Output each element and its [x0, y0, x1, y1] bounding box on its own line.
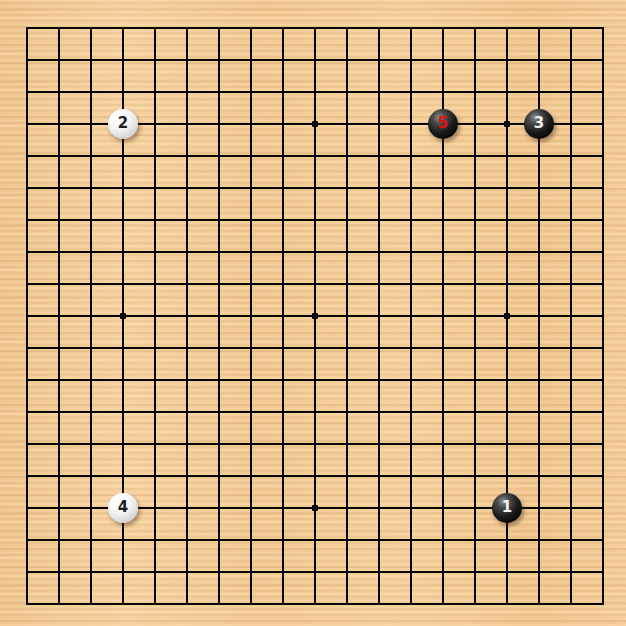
board-intersection[interactable]: [171, 140, 203, 172]
board-intersection[interactable]: [459, 556, 491, 588]
board-intersection[interactable]: [203, 140, 235, 172]
board-intersection[interactable]: [523, 556, 555, 588]
board-intersection[interactable]: [491, 44, 523, 76]
board-intersection[interactable]: [587, 236, 619, 268]
board-intersection[interactable]: [203, 12, 235, 44]
board-intersection[interactable]: [587, 204, 619, 236]
board-intersection[interactable]: [363, 172, 395, 204]
board-intersection[interactable]: [75, 588, 107, 620]
board-intersection[interactable]: [11, 524, 43, 556]
board-intersection[interactable]: [491, 108, 523, 140]
board-intersection[interactable]: [555, 268, 587, 300]
board-intersection[interactable]: [107, 300, 139, 332]
board-intersection[interactable]: [491, 12, 523, 44]
board-intersection[interactable]: [587, 428, 619, 460]
board-intersection[interactable]: [363, 236, 395, 268]
board-intersection[interactable]: [427, 364, 459, 396]
board-intersection[interactable]: [587, 332, 619, 364]
board-intersection[interactable]: [363, 12, 395, 44]
board-intersection[interactable]: [203, 268, 235, 300]
board-intersection[interactable]: [267, 364, 299, 396]
board-intersection[interactable]: [427, 300, 459, 332]
board-intersection[interactable]: [427, 588, 459, 620]
board-intersection[interactable]: [363, 556, 395, 588]
board-intersection[interactable]: [11, 492, 43, 524]
board-intersection[interactable]: [267, 140, 299, 172]
board-intersection[interactable]: [171, 364, 203, 396]
board-intersection[interactable]: [459, 172, 491, 204]
board-intersection[interactable]: [139, 236, 171, 268]
board-intersection[interactable]: [395, 140, 427, 172]
board-intersection[interactable]: [11, 76, 43, 108]
board-intersection[interactable]: [299, 12, 331, 44]
board-intersection[interactable]: [11, 364, 43, 396]
board-intersection[interactable]: [587, 492, 619, 524]
board-intersection[interactable]: [395, 556, 427, 588]
board-intersection[interactable]: [427, 332, 459, 364]
board-intersection[interactable]: [555, 12, 587, 44]
board-intersection[interactable]: [459, 236, 491, 268]
board-intersection[interactable]: [587, 588, 619, 620]
board-intersection[interactable]: [523, 76, 555, 108]
board-intersection[interactable]: [11, 588, 43, 620]
board-intersection[interactable]: [75, 236, 107, 268]
board-intersection[interactable]: [363, 300, 395, 332]
board-intersection[interactable]: [363, 108, 395, 140]
board-intersection[interactable]: [171, 396, 203, 428]
board-intersection[interactable]: [459, 364, 491, 396]
board-intersection[interactable]: [299, 172, 331, 204]
board-intersection[interactable]: [235, 428, 267, 460]
board-intersection[interactable]: [107, 268, 139, 300]
board-intersection[interactable]: [395, 332, 427, 364]
board-intersection[interactable]: [491, 364, 523, 396]
board-intersection[interactable]: [171, 172, 203, 204]
board-intersection[interactable]: [555, 108, 587, 140]
board-intersection[interactable]: [235, 364, 267, 396]
board-intersection[interactable]: [427, 172, 459, 204]
board-intersection[interactable]: [491, 396, 523, 428]
board-intersection[interactable]: [235, 108, 267, 140]
board-intersection[interactable]: [555, 524, 587, 556]
board-intersection[interactable]: [331, 12, 363, 44]
board-intersection[interactable]: [203, 396, 235, 428]
board-intersection[interactable]: 5: [427, 108, 459, 140]
board-intersection[interactable]: [11, 236, 43, 268]
board-intersection[interactable]: [11, 108, 43, 140]
board-intersection[interactable]: [523, 236, 555, 268]
board-intersection[interactable]: [203, 524, 235, 556]
board-intersection[interactable]: [523, 172, 555, 204]
board-intersection[interactable]: [587, 268, 619, 300]
board-intersection[interactable]: [75, 108, 107, 140]
board-intersection[interactable]: [523, 364, 555, 396]
board-intersection[interactable]: [299, 300, 331, 332]
board-intersection[interactable]: [331, 588, 363, 620]
board-intersection[interactable]: [299, 236, 331, 268]
board-intersection[interactable]: [171, 76, 203, 108]
board-intersection[interactable]: [11, 172, 43, 204]
board-intersection[interactable]: [427, 492, 459, 524]
board-intersection[interactable]: [459, 588, 491, 620]
board-intersection[interactable]: [267, 268, 299, 300]
board-intersection[interactable]: [11, 12, 43, 44]
board-intersection[interactable]: [331, 556, 363, 588]
board-intersection[interactable]: [203, 172, 235, 204]
board-intersection[interactable]: [203, 300, 235, 332]
board-intersection[interactable]: [43, 236, 75, 268]
board-intersection[interactable]: [107, 140, 139, 172]
board-intersection[interactable]: [331, 492, 363, 524]
board-intersection[interactable]: [331, 44, 363, 76]
board-intersection[interactable]: [11, 300, 43, 332]
board-intersection[interactable]: [107, 428, 139, 460]
board-intersection[interactable]: [75, 364, 107, 396]
board-intersection[interactable]: [75, 332, 107, 364]
board-intersection[interactable]: [43, 428, 75, 460]
board-intersection[interactable]: [331, 108, 363, 140]
board-intersection[interactable]: [395, 460, 427, 492]
board-intersection[interactable]: [139, 12, 171, 44]
board-intersection[interactable]: [107, 524, 139, 556]
board-intersection[interactable]: [491, 204, 523, 236]
board-intersection[interactable]: [299, 556, 331, 588]
board-intersection[interactable]: [459, 396, 491, 428]
board-intersection[interactable]: [299, 204, 331, 236]
board-intersection[interactable]: [555, 492, 587, 524]
board-intersection[interactable]: [203, 236, 235, 268]
board-intersection[interactable]: [491, 172, 523, 204]
board-intersection[interactable]: [555, 300, 587, 332]
board-intersection[interactable]: [459, 524, 491, 556]
board-intersection[interactable]: [75, 492, 107, 524]
board-intersection[interactable]: [43, 588, 75, 620]
board-intersection[interactable]: [523, 332, 555, 364]
board-intersection[interactable]: [43, 300, 75, 332]
board-intersection[interactable]: [555, 364, 587, 396]
board-intersection[interactable]: [299, 492, 331, 524]
board-intersection[interactable]: [171, 204, 203, 236]
board-intersection[interactable]: [107, 44, 139, 76]
board-intersection[interactable]: [427, 524, 459, 556]
board-intersection[interactable]: [267, 492, 299, 524]
board-intersection[interactable]: [267, 396, 299, 428]
board-intersection[interactable]: [43, 108, 75, 140]
board-intersection[interactable]: [235, 300, 267, 332]
board-intersection[interactable]: [299, 524, 331, 556]
board-intersection[interactable]: [267, 236, 299, 268]
board-intersection[interactable]: [587, 524, 619, 556]
board-intersection[interactable]: [75, 460, 107, 492]
board-intersection[interactable]: [43, 204, 75, 236]
board-intersection[interactable]: [363, 460, 395, 492]
board-intersection[interactable]: [395, 12, 427, 44]
board-intersection[interactable]: [107, 364, 139, 396]
board-intersection[interactable]: [171, 108, 203, 140]
board-intersection[interactable]: [299, 76, 331, 108]
board-intersection[interactable]: [555, 236, 587, 268]
board-intersection[interactable]: [11, 44, 43, 76]
board-intersection[interactable]: [587, 44, 619, 76]
board-intersection[interactable]: [139, 140, 171, 172]
board-intersection[interactable]: [587, 396, 619, 428]
board-intersection[interactable]: [43, 524, 75, 556]
board-intersection[interactable]: [203, 588, 235, 620]
board-intersection[interactable]: [43, 364, 75, 396]
board-intersection[interactable]: [363, 492, 395, 524]
board-intersection[interactable]: 2: [107, 108, 139, 140]
board-intersection[interactable]: [11, 556, 43, 588]
board-intersection[interactable]: [427, 76, 459, 108]
board-intersection[interactable]: [299, 428, 331, 460]
board-intersection[interactable]: [267, 44, 299, 76]
board-intersection[interactable]: [139, 172, 171, 204]
board-intersection[interactable]: [11, 428, 43, 460]
board-intersection[interactable]: [139, 76, 171, 108]
board-intersection[interactable]: [203, 108, 235, 140]
board-intersection[interactable]: [235, 268, 267, 300]
board-intersection[interactable]: [331, 236, 363, 268]
board-intersection[interactable]: [395, 204, 427, 236]
board-intersection[interactable]: [523, 300, 555, 332]
board-intersection[interactable]: [171, 492, 203, 524]
board-intersection[interactable]: [11, 268, 43, 300]
board-intersection[interactable]: [491, 460, 523, 492]
board-intersection[interactable]: [459, 204, 491, 236]
board-intersection[interactable]: [587, 364, 619, 396]
board-intersection[interactable]: [43, 140, 75, 172]
board-intersection[interactable]: [235, 236, 267, 268]
board-intersection[interactable]: [235, 12, 267, 44]
board-intersection[interactable]: [235, 76, 267, 108]
board-intersection[interactable]: [363, 396, 395, 428]
board-intersection[interactable]: [555, 588, 587, 620]
board-intersection[interactable]: [331, 140, 363, 172]
board-intersection[interactable]: [395, 396, 427, 428]
board-intersection[interactable]: [299, 108, 331, 140]
board-intersection[interactable]: [267, 460, 299, 492]
board-intersection[interactable]: [427, 268, 459, 300]
board-intersection[interactable]: [11, 460, 43, 492]
board-intersection[interactable]: [587, 460, 619, 492]
board-intersection[interactable]: [171, 44, 203, 76]
board-intersection[interactable]: [203, 364, 235, 396]
board-intersection[interactable]: [555, 460, 587, 492]
board-intersection[interactable]: [523, 492, 555, 524]
board-intersection[interactable]: [459, 428, 491, 460]
board-intersection[interactable]: [587, 556, 619, 588]
board-intersection[interactable]: [331, 396, 363, 428]
board-intersection[interactable]: [491, 300, 523, 332]
board-intersection[interactable]: [203, 204, 235, 236]
board-intersection[interactable]: [203, 44, 235, 76]
board-intersection[interactable]: [395, 364, 427, 396]
board-intersection[interactable]: [555, 332, 587, 364]
board-intersection[interactable]: [75, 172, 107, 204]
board-intersection[interactable]: [587, 76, 619, 108]
board-intersection[interactable]: [363, 76, 395, 108]
board-intersection[interactable]: [523, 428, 555, 460]
board-intersection[interactable]: [523, 268, 555, 300]
board-intersection[interactable]: [139, 492, 171, 524]
board-intersection[interactable]: [331, 204, 363, 236]
board-intersection[interactable]: [555, 396, 587, 428]
board-intersection[interactable]: [395, 588, 427, 620]
board-intersection[interactable]: [427, 556, 459, 588]
board-intersection[interactable]: [235, 44, 267, 76]
board-intersection[interactable]: [107, 236, 139, 268]
board-intersection[interactable]: [43, 460, 75, 492]
board-intersection[interactable]: [203, 460, 235, 492]
board-intersection[interactable]: [395, 108, 427, 140]
board-intersection[interactable]: [331, 268, 363, 300]
board-intersection[interactable]: [523, 524, 555, 556]
board-intersection[interactable]: [139, 460, 171, 492]
board-intersection[interactable]: [43, 12, 75, 44]
board-intersection[interactable]: [267, 332, 299, 364]
board-intersection[interactable]: [363, 140, 395, 172]
board-intersection[interactable]: [523, 204, 555, 236]
board-intersection[interactable]: [491, 332, 523, 364]
board-intersection[interactable]: [587, 108, 619, 140]
board-intersection[interactable]: [139, 300, 171, 332]
board-intersection[interactable]: [299, 364, 331, 396]
board-intersection[interactable]: [171, 556, 203, 588]
board-intersection[interactable]: [203, 492, 235, 524]
board-intersection[interactable]: [139, 556, 171, 588]
board-intersection[interactable]: [395, 428, 427, 460]
board-intersection[interactable]: [235, 460, 267, 492]
board-intersection[interactable]: [171, 524, 203, 556]
board-intersection[interactable]: [75, 140, 107, 172]
board-intersection[interactable]: [11, 140, 43, 172]
board-intersection[interactable]: [43, 332, 75, 364]
board-intersection[interactable]: [107, 76, 139, 108]
board-intersection[interactable]: [139, 44, 171, 76]
board-intersection[interactable]: [299, 44, 331, 76]
board-intersection[interactable]: [171, 460, 203, 492]
board-intersection[interactable]: [427, 460, 459, 492]
board-intersection[interactable]: [107, 556, 139, 588]
board-intersection[interactable]: [235, 556, 267, 588]
board-intersection[interactable]: [43, 44, 75, 76]
board-intersection[interactable]: [395, 492, 427, 524]
board-intersection[interactable]: [267, 172, 299, 204]
board-intersection[interactable]: [139, 428, 171, 460]
board-intersection[interactable]: [235, 204, 267, 236]
board-intersection[interactable]: [75, 396, 107, 428]
board-intersection[interactable]: [267, 204, 299, 236]
board-intersection[interactable]: [299, 460, 331, 492]
board-intersection[interactable]: 1: [491, 492, 523, 524]
board-intersection[interactable]: [299, 396, 331, 428]
board-intersection[interactable]: [235, 172, 267, 204]
board-intersection[interactable]: [491, 140, 523, 172]
board-intersection[interactable]: [459, 76, 491, 108]
board-intersection[interactable]: [75, 76, 107, 108]
board-intersection[interactable]: [491, 268, 523, 300]
board-intersection[interactable]: [171, 332, 203, 364]
board-intersection[interactable]: [331, 524, 363, 556]
board-intersection[interactable]: [267, 524, 299, 556]
board-intersection[interactable]: [235, 332, 267, 364]
board-intersection[interactable]: [235, 588, 267, 620]
board-intersection[interactable]: [75, 428, 107, 460]
board-intersection[interactable]: [459, 492, 491, 524]
board-intersection[interactable]: [171, 588, 203, 620]
board-intersection[interactable]: [587, 12, 619, 44]
board-intersection[interactable]: [267, 108, 299, 140]
board-intersection[interactable]: [107, 204, 139, 236]
board-intersection[interactable]: [43, 556, 75, 588]
board-intersection[interactable]: [203, 428, 235, 460]
board-intersection[interactable]: [395, 524, 427, 556]
board-intersection[interactable]: [395, 268, 427, 300]
board-intersection[interactable]: [587, 172, 619, 204]
board-intersection[interactable]: [107, 12, 139, 44]
board-intersection[interactable]: [235, 492, 267, 524]
board-intersection[interactable]: [331, 332, 363, 364]
board-intersection[interactable]: [75, 268, 107, 300]
board-intersection[interactable]: [107, 332, 139, 364]
board-intersection[interactable]: [75, 12, 107, 44]
board-intersection[interactable]: 4: [107, 492, 139, 524]
board-intersection[interactable]: [331, 364, 363, 396]
board-intersection[interactable]: [587, 140, 619, 172]
board-intersection[interactable]: [139, 396, 171, 428]
board-intersection[interactable]: [107, 172, 139, 204]
board-intersection[interactable]: [395, 300, 427, 332]
board-intersection[interactable]: [107, 588, 139, 620]
board-intersection[interactable]: [107, 396, 139, 428]
board-intersection[interactable]: [75, 204, 107, 236]
board-intersection[interactable]: [139, 268, 171, 300]
board-intersection[interactable]: [555, 172, 587, 204]
board-intersection[interactable]: [491, 556, 523, 588]
board-intersection[interactable]: [75, 524, 107, 556]
board-intersection[interactable]: [427, 44, 459, 76]
board-intersection[interactable]: [427, 140, 459, 172]
board-intersection[interactable]: [203, 556, 235, 588]
board-intersection[interactable]: [171, 268, 203, 300]
board-intersection[interactable]: [267, 12, 299, 44]
board-intersection[interactable]: [555, 204, 587, 236]
board-intersection[interactable]: [331, 76, 363, 108]
board-intersection[interactable]: [203, 76, 235, 108]
board-intersection[interactable]: [331, 460, 363, 492]
board-intersection[interactable]: [395, 44, 427, 76]
board-intersection[interactable]: [171, 428, 203, 460]
board-intersection[interactable]: [43, 396, 75, 428]
board-intersection[interactable]: [235, 140, 267, 172]
board-intersection[interactable]: [491, 588, 523, 620]
board-intersection[interactable]: [107, 460, 139, 492]
board-intersection[interactable]: [139, 204, 171, 236]
board-intersection[interactable]: [555, 428, 587, 460]
board-intersection[interactable]: [43, 268, 75, 300]
board-intersection[interactable]: [555, 556, 587, 588]
board-intersection[interactable]: [587, 300, 619, 332]
board-intersection[interactable]: [171, 12, 203, 44]
board-intersection[interactable]: [331, 172, 363, 204]
board-intersection[interactable]: [171, 236, 203, 268]
board-intersection[interactable]: [555, 140, 587, 172]
board-intersection[interactable]: [363, 268, 395, 300]
board-intersection[interactable]: [523, 12, 555, 44]
board-intersection[interactable]: [43, 76, 75, 108]
board-intersection[interactable]: [267, 588, 299, 620]
board-intersection[interactable]: [523, 140, 555, 172]
